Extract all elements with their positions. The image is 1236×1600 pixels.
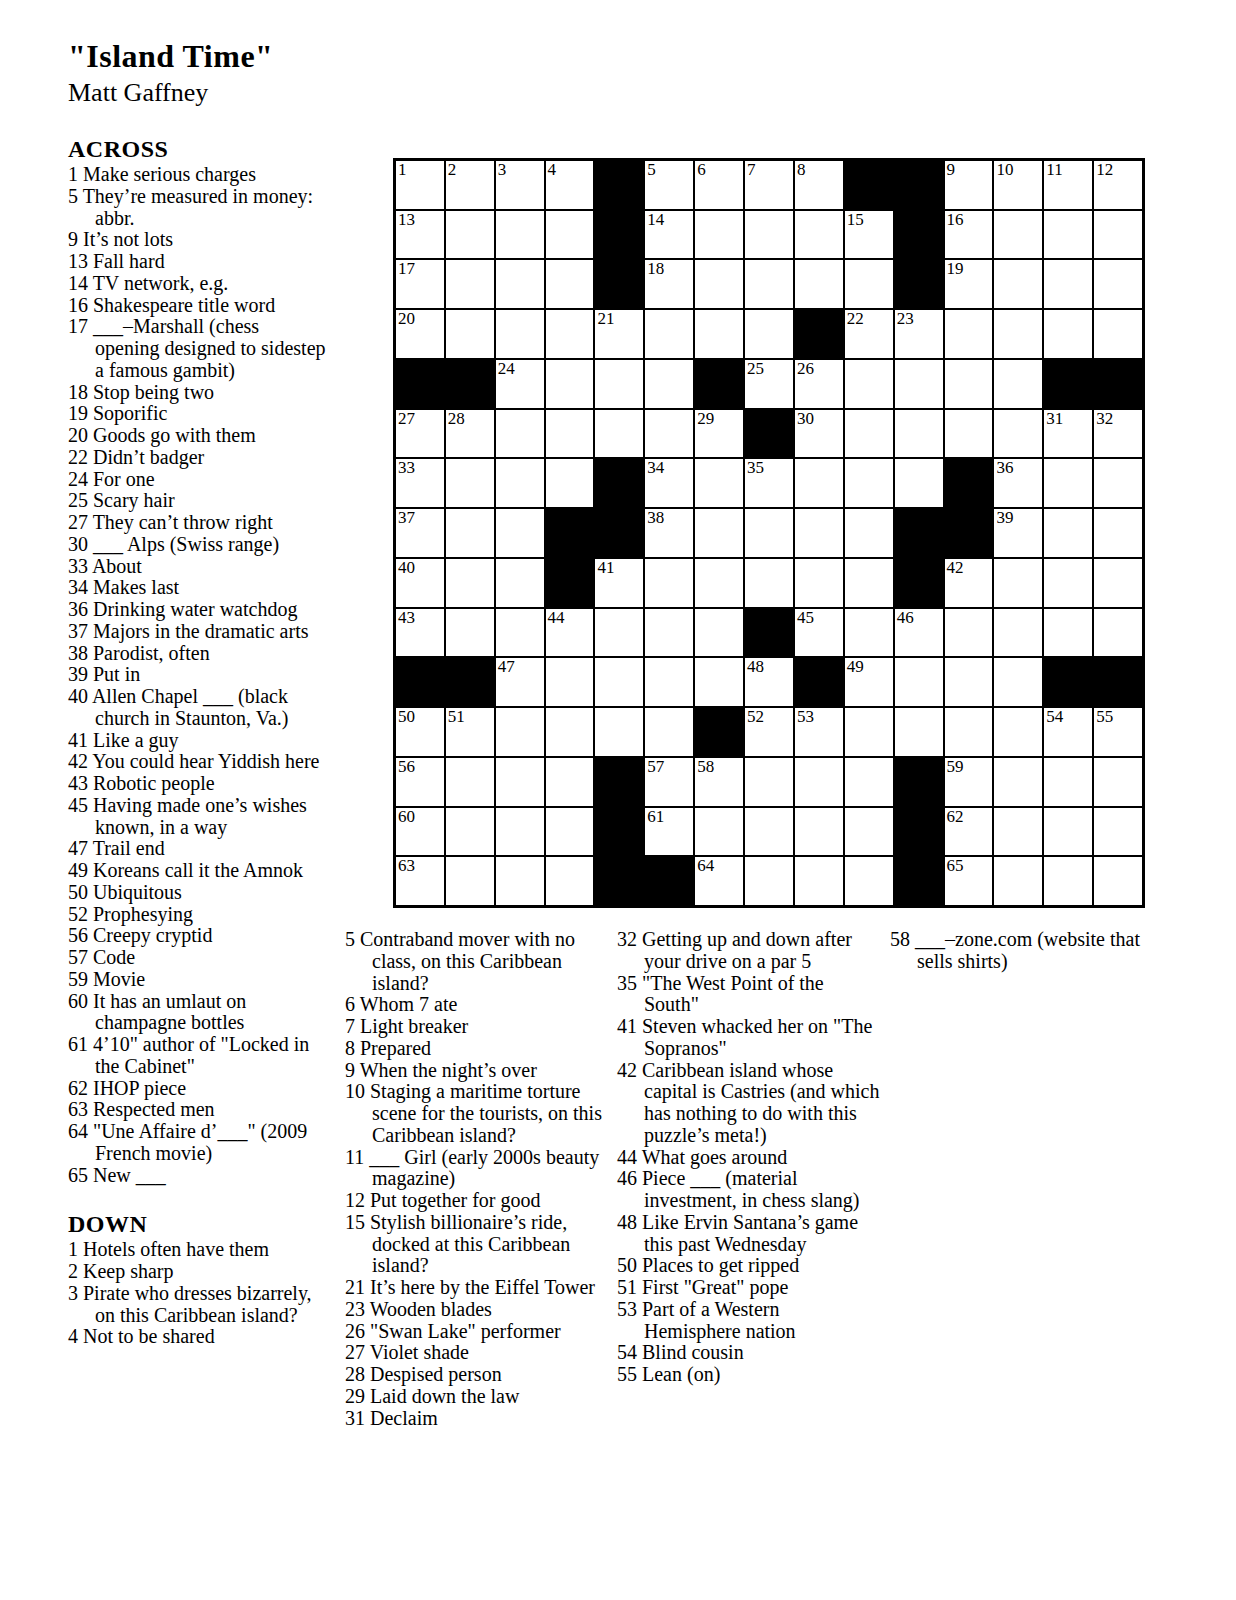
white-cell[interactable]: [695, 459, 743, 507]
white-cell[interactable]: [695, 310, 743, 358]
white-cell[interactable]: 33: [396, 459, 444, 507]
white-cell[interactable]: 11: [1044, 161, 1092, 209]
white-cell[interactable]: [795, 260, 843, 308]
white-cell[interactable]: [546, 708, 594, 756]
clue-text: "Swan Lake" performer: [370, 1320, 561, 1342]
white-cell[interactable]: [745, 260, 793, 308]
white-cell[interactable]: [795, 559, 843, 607]
white-cell[interactable]: [994, 857, 1042, 905]
clue-text: Declaim: [370, 1407, 438, 1429]
white-cell[interactable]: 64: [695, 857, 743, 905]
down-clue-2: 2 Keep sharp: [68, 1261, 328, 1283]
white-cell[interactable]: 41: [595, 559, 643, 607]
white-cell[interactable]: 32: [1094, 410, 1142, 458]
white-cell[interactable]: 13: [396, 211, 444, 259]
white-cell[interactable]: 63: [396, 857, 444, 905]
white-cell[interactable]: [745, 559, 793, 607]
white-cell[interactable]: 28: [446, 410, 494, 458]
white-cell[interactable]: 54: [1044, 708, 1092, 756]
white-cell[interactable]: [1094, 808, 1142, 856]
white-cell[interactable]: 55: [1094, 708, 1142, 756]
white-cell[interactable]: [745, 310, 793, 358]
white-cell[interactable]: [795, 808, 843, 856]
clue-number: 65: [68, 1164, 88, 1186]
white-cell[interactable]: 51: [446, 708, 494, 756]
white-cell[interactable]: [1044, 459, 1092, 507]
cell-number: 8: [797, 160, 806, 180]
white-cell[interactable]: 43: [396, 609, 444, 657]
white-cell[interactable]: [945, 708, 993, 756]
white-cell[interactable]: [1044, 609, 1092, 657]
across-clue-38: 38 Parodist, often: [68, 643, 328, 665]
clue-text: Trail end: [93, 837, 165, 859]
clue-number: 54: [617, 1341, 637, 1363]
down-clue-1: 1 Hotels often have them: [68, 1239, 328, 1261]
white-cell[interactable]: 25: [745, 360, 793, 408]
white-cell[interactable]: 18: [645, 260, 693, 308]
white-cell[interactable]: [496, 310, 544, 358]
white-cell[interactable]: [994, 410, 1042, 458]
white-cell[interactable]: [645, 609, 693, 657]
white-cell[interactable]: [446, 609, 494, 657]
white-cell[interactable]: [1044, 310, 1092, 358]
cell-number: 32: [1096, 409, 1113, 429]
white-cell[interactable]: 38: [645, 509, 693, 557]
clue-text: Not to be shared: [83, 1325, 215, 1347]
white-cell[interactable]: 56: [396, 758, 444, 806]
across-clue-47: 47 Trail end: [68, 838, 328, 860]
white-cell[interactable]: [695, 808, 743, 856]
white-cell[interactable]: 59: [945, 758, 993, 806]
white-cell[interactable]: [695, 260, 743, 308]
across-clue-45: 45 Having made one’s wishes known, in a …: [68, 795, 328, 839]
across-clue-61: 61 4’10" author of "Locked in the Cabine…: [68, 1034, 328, 1078]
white-cell[interactable]: [496, 211, 544, 259]
white-cell[interactable]: [446, 857, 494, 905]
across-clue-13: 13 Fall hard: [68, 251, 328, 273]
black-cell: [595, 459, 643, 507]
white-cell[interactable]: 10: [994, 161, 1042, 209]
cell-number: 59: [947, 757, 964, 777]
white-cell[interactable]: [895, 459, 943, 507]
clue-text: Getting up and down after your drive on …: [642, 928, 852, 972]
white-cell[interactable]: [795, 758, 843, 806]
white-cell[interactable]: 60: [396, 808, 444, 856]
across-clue-30: 30 ___ Alps (Swiss range): [68, 534, 328, 556]
clue-number: 51: [617, 1276, 637, 1298]
white-cell[interactable]: 12: [1094, 161, 1142, 209]
clue-number: 46: [617, 1167, 637, 1189]
white-cell[interactable]: [945, 410, 993, 458]
white-cell[interactable]: 6: [695, 161, 743, 209]
white-cell[interactable]: 27: [396, 410, 444, 458]
white-cell[interactable]: [496, 758, 544, 806]
clue-text: Pirate who dresses bizarrely, on this Ca…: [83, 1282, 312, 1326]
white-cell[interactable]: 61: [645, 808, 693, 856]
black-cell: [745, 609, 793, 657]
white-cell[interactable]: [446, 509, 494, 557]
white-cell[interactable]: [546, 857, 594, 905]
cell-number: 24: [498, 359, 515, 379]
white-cell[interactable]: [845, 559, 893, 607]
white-cell[interactable]: [496, 857, 544, 905]
white-cell[interactable]: 4: [546, 161, 594, 209]
cell-number: 62: [947, 807, 964, 827]
white-cell[interactable]: [1094, 758, 1142, 806]
white-cell[interactable]: [496, 260, 544, 308]
clue-number: 39: [68, 663, 88, 685]
clue-number: 45: [68, 794, 88, 816]
white-cell[interactable]: 44: [546, 609, 594, 657]
white-cell[interactable]: 52: [745, 708, 793, 756]
white-cell[interactable]: 30: [795, 410, 843, 458]
white-cell[interactable]: [496, 708, 544, 756]
white-cell[interactable]: [645, 658, 693, 706]
cell-number: 34: [647, 458, 664, 478]
white-cell[interactable]: [496, 410, 544, 458]
clue-number: 21: [345, 1276, 365, 1298]
white-cell[interactable]: [945, 310, 993, 358]
white-cell[interactable]: [1094, 559, 1142, 607]
white-cell[interactable]: 58: [695, 758, 743, 806]
clue-text: Allen Chapel ___ (black church in Staunt…: [92, 685, 289, 729]
down-clue-53: 53 Part of a Western Hemisphere nation: [617, 1299, 881, 1343]
black-cell: [595, 161, 643, 209]
white-cell[interactable]: 42: [945, 559, 993, 607]
white-cell[interactable]: [595, 658, 643, 706]
white-cell[interactable]: 9: [945, 161, 993, 209]
white-cell[interactable]: 3: [496, 161, 544, 209]
white-cell[interactable]: [845, 857, 893, 905]
cell-number: 43: [398, 608, 415, 628]
white-cell[interactable]: 21: [595, 310, 643, 358]
white-cell[interactable]: [895, 410, 943, 458]
clue-number: 9: [68, 228, 78, 250]
white-cell[interactable]: [845, 509, 893, 557]
clue-number: 7: [345, 1015, 355, 1037]
white-cell[interactable]: [446, 808, 494, 856]
down-clue-35: 35 "The West Point of the South": [617, 973, 881, 1017]
across-clue-39: 39 Put in: [68, 664, 328, 686]
white-cell[interactable]: [795, 211, 843, 259]
white-cell[interactable]: [845, 360, 893, 408]
clue-number: 34: [68, 576, 88, 598]
white-cell[interactable]: [496, 509, 544, 557]
white-cell[interactable]: [845, 708, 893, 756]
down-clue-55: 55 Lean (on): [617, 1364, 881, 1386]
across-clue-19: 19 Soporific: [68, 403, 328, 425]
across-clue-20: 20 Goods go with them: [68, 425, 328, 447]
white-cell[interactable]: 26: [795, 360, 843, 408]
clue-text: For one: [93, 468, 155, 490]
down-clue-9: 9 When the night’s over: [345, 1060, 603, 1082]
white-cell[interactable]: [645, 559, 693, 607]
clue-text: Put together for good: [370, 1189, 541, 1211]
across-clue-14: 14 TV network, e.g.: [68, 273, 328, 295]
cell-number: 29: [697, 409, 714, 429]
white-cell[interactable]: [845, 758, 893, 806]
black-cell: [645, 857, 693, 905]
white-cell[interactable]: 65: [945, 857, 993, 905]
white-cell[interactable]: [1044, 758, 1092, 806]
clue-number: 11: [345, 1146, 364, 1168]
clue-number: 44: [617, 1146, 637, 1168]
clue-number: 53: [617, 1298, 637, 1320]
white-cell[interactable]: [994, 360, 1042, 408]
white-cell[interactable]: [994, 211, 1042, 259]
white-cell[interactable]: [496, 808, 544, 856]
across-clue-42: 42 You could hear Yiddish here: [68, 751, 328, 773]
white-cell[interactable]: 2: [446, 161, 494, 209]
white-cell[interactable]: 29: [695, 410, 743, 458]
white-cell[interactable]: [1044, 857, 1092, 905]
cell-number: 16: [947, 210, 964, 230]
white-cell[interactable]: [546, 310, 594, 358]
white-cell[interactable]: [845, 410, 893, 458]
white-cell[interactable]: [546, 758, 594, 806]
white-cell[interactable]: [845, 260, 893, 308]
clue-text: Code: [93, 946, 135, 968]
white-cell[interactable]: 17: [396, 260, 444, 308]
white-cell[interactable]: [994, 260, 1042, 308]
white-cell[interactable]: [695, 658, 743, 706]
clue-number: 43: [68, 772, 88, 794]
clue-column-3: 32 Getting up and down after your drive …: [617, 929, 881, 1386]
clue-text: It has an umlaut on champagne bottles: [93, 990, 246, 1034]
white-cell[interactable]: [1044, 211, 1092, 259]
white-cell[interactable]: [745, 509, 793, 557]
black-cell: [895, 211, 943, 259]
white-cell[interactable]: [845, 808, 893, 856]
white-cell[interactable]: 39: [994, 509, 1042, 557]
cell-number: 28: [448, 409, 465, 429]
clue-text: Wooden blades: [370, 1298, 492, 1320]
white-cell[interactable]: [496, 459, 544, 507]
white-cell[interactable]: [745, 857, 793, 905]
clue-number: 38: [68, 642, 88, 664]
white-cell[interactable]: [845, 609, 893, 657]
white-cell[interactable]: [1094, 857, 1142, 905]
cell-number: 1: [398, 160, 407, 180]
white-cell[interactable]: 49: [845, 658, 893, 706]
white-cell[interactable]: 35: [745, 459, 793, 507]
black-cell: [945, 509, 993, 557]
white-cell[interactable]: [795, 509, 843, 557]
white-cell[interactable]: 46: [895, 609, 943, 657]
white-cell[interactable]: [546, 459, 594, 507]
clue-number: 5: [345, 928, 355, 950]
white-cell[interactable]: [546, 808, 594, 856]
clue-text: Stylish billionaire’s ride, docked at th…: [370, 1211, 570, 1277]
white-cell[interactable]: [895, 658, 943, 706]
white-cell[interactable]: [546, 410, 594, 458]
cell-number: 13: [398, 210, 415, 230]
black-cell: [795, 658, 843, 706]
white-cell[interactable]: 53: [795, 708, 843, 756]
clue-text: IHOP piece: [93, 1077, 186, 1099]
cell-number: 49: [847, 657, 864, 677]
cell-number: 60: [398, 807, 415, 827]
clue-number: 16: [68, 294, 88, 316]
white-cell[interactable]: 23: [895, 310, 943, 358]
white-cell[interactable]: [745, 211, 793, 259]
white-cell[interactable]: [1044, 559, 1092, 607]
white-cell[interactable]: 15: [845, 211, 893, 259]
white-cell[interactable]: [845, 459, 893, 507]
cell-number: 6: [697, 160, 706, 180]
white-cell[interactable]: [496, 559, 544, 607]
white-cell[interactable]: 8: [795, 161, 843, 209]
white-cell[interactable]: [695, 211, 743, 259]
white-cell[interactable]: 47: [496, 658, 544, 706]
down-clue-50: 50 Places to get ripped: [617, 1255, 881, 1277]
white-cell[interactable]: 31: [1044, 410, 1092, 458]
white-cell[interactable]: 24: [496, 360, 544, 408]
clue-number: 63: [68, 1098, 88, 1120]
white-cell[interactable]: [595, 360, 643, 408]
white-cell[interactable]: [994, 808, 1042, 856]
white-cell[interactable]: [446, 310, 494, 358]
white-cell[interactable]: [446, 260, 494, 308]
white-cell[interactable]: 16: [945, 211, 993, 259]
white-cell[interactable]: [595, 410, 643, 458]
cell-number: 61: [647, 807, 664, 827]
white-cell[interactable]: [895, 360, 943, 408]
white-cell[interactable]: [994, 758, 1042, 806]
white-cell[interactable]: 7: [745, 161, 793, 209]
white-cell[interactable]: 19: [945, 260, 993, 308]
white-cell[interactable]: [1094, 211, 1142, 259]
white-cell[interactable]: [446, 758, 494, 806]
white-cell[interactable]: [645, 360, 693, 408]
clue-number: 13: [68, 250, 88, 272]
white-cell[interactable]: 50: [396, 708, 444, 756]
white-cell[interactable]: [895, 708, 943, 756]
white-cell[interactable]: [695, 509, 743, 557]
white-cell[interactable]: [1044, 260, 1092, 308]
across-clue-43: 43 Robotic people: [68, 773, 328, 795]
white-cell[interactable]: [546, 658, 594, 706]
white-cell[interactable]: [945, 658, 993, 706]
black-cell: [795, 310, 843, 358]
white-cell[interactable]: 36: [994, 459, 1042, 507]
clue-number: 60: [68, 990, 88, 1012]
down-clue-44: 44 What goes around: [617, 1147, 881, 1169]
white-cell[interactable]: [496, 609, 544, 657]
white-cell[interactable]: [1044, 509, 1092, 557]
white-cell[interactable]: [994, 559, 1042, 607]
white-cell[interactable]: 57: [645, 758, 693, 806]
cell-number: 27: [398, 409, 415, 429]
white-cell[interactable]: [446, 211, 494, 259]
cell-number: 18: [647, 259, 664, 279]
white-cell[interactable]: [945, 609, 993, 657]
white-cell[interactable]: 62: [945, 808, 993, 856]
white-cell[interactable]: [795, 857, 843, 905]
white-cell[interactable]: [595, 708, 643, 756]
clue-number: 8: [345, 1037, 355, 1059]
cell-number: 40: [398, 558, 415, 578]
white-cell[interactable]: [994, 658, 1042, 706]
cell-number: 7: [747, 160, 756, 180]
white-cell[interactable]: [695, 559, 743, 607]
white-cell[interactable]: 5: [645, 161, 693, 209]
white-cell[interactable]: 1: [396, 161, 444, 209]
white-cell[interactable]: [645, 410, 693, 458]
cell-number: 64: [697, 856, 714, 876]
white-cell[interactable]: [1094, 609, 1142, 657]
clue-text: Prepared: [360, 1037, 431, 1059]
white-cell[interactable]: [1044, 808, 1092, 856]
white-cell[interactable]: [745, 808, 793, 856]
across-clue-34: 34 Makes last: [68, 577, 328, 599]
cell-number: 37: [398, 508, 415, 528]
white-cell[interactable]: [695, 609, 743, 657]
down-clue-23: 23 Wooden blades: [345, 1299, 603, 1321]
white-cell[interactable]: 14: [645, 211, 693, 259]
clue-text: They can’t throw right: [93, 511, 273, 533]
white-cell[interactable]: 48: [745, 658, 793, 706]
white-cell[interactable]: 22: [845, 310, 893, 358]
white-cell[interactable]: [645, 310, 693, 358]
white-cell[interactable]: [994, 609, 1042, 657]
across-clue-24: 24 For one: [68, 469, 328, 491]
across-clue-18: 18 Stop being two: [68, 382, 328, 404]
black-cell: [745, 410, 793, 458]
down-clue-21: 21 It’s here by the Eiffel Tower: [345, 1277, 603, 1299]
clue-text: Didn’t badger: [93, 446, 204, 468]
clue-text: Prophesying: [93, 903, 193, 925]
across-clue-57: 57 Code: [68, 947, 328, 969]
black-cell: [1044, 658, 1092, 706]
white-cell[interactable]: [795, 459, 843, 507]
white-cell[interactable]: [446, 459, 494, 507]
clue-text: ___ Alps (Swiss range): [93, 533, 279, 555]
cell-number: 3: [498, 160, 507, 180]
black-cell: [895, 509, 943, 557]
clue-text: Light breaker: [360, 1015, 468, 1037]
cell-number: 19: [947, 259, 964, 279]
white-cell[interactable]: [1094, 260, 1142, 308]
across-clue-9: 9 It’s not lots: [68, 229, 328, 251]
white-cell[interactable]: 37: [396, 509, 444, 557]
white-cell[interactable]: [645, 708, 693, 756]
white-cell[interactable]: [994, 310, 1042, 358]
white-cell[interactable]: [1094, 459, 1142, 507]
white-cell[interactable]: [945, 360, 993, 408]
white-cell[interactable]: [745, 758, 793, 806]
clue-text: Caribbean island whose capital is Castri…: [642, 1059, 880, 1146]
white-cell[interactable]: 40: [396, 559, 444, 607]
white-cell[interactable]: 20: [396, 310, 444, 358]
clue-text: It’s here by the Eiffel Tower: [370, 1276, 595, 1298]
white-cell[interactable]: [595, 609, 643, 657]
white-cell[interactable]: [446, 559, 494, 607]
clue-text: Fall hard: [93, 250, 165, 272]
white-cell[interactable]: 34: [645, 459, 693, 507]
white-cell[interactable]: [546, 260, 594, 308]
white-cell[interactable]: [546, 211, 594, 259]
down-clue-26: 26 "Swan Lake" performer: [345, 1321, 603, 1343]
white-cell[interactable]: [546, 360, 594, 408]
white-cell[interactable]: [1094, 310, 1142, 358]
clue-text: Places to get ripped: [642, 1254, 799, 1276]
white-cell[interactable]: [994, 708, 1042, 756]
white-cell[interactable]: 45: [795, 609, 843, 657]
white-cell[interactable]: [1094, 509, 1142, 557]
clue-text: Like Ervin Santana’s game this past Wedn…: [642, 1211, 858, 1255]
clue-text: Majors in the dramatic arts: [93, 620, 309, 642]
